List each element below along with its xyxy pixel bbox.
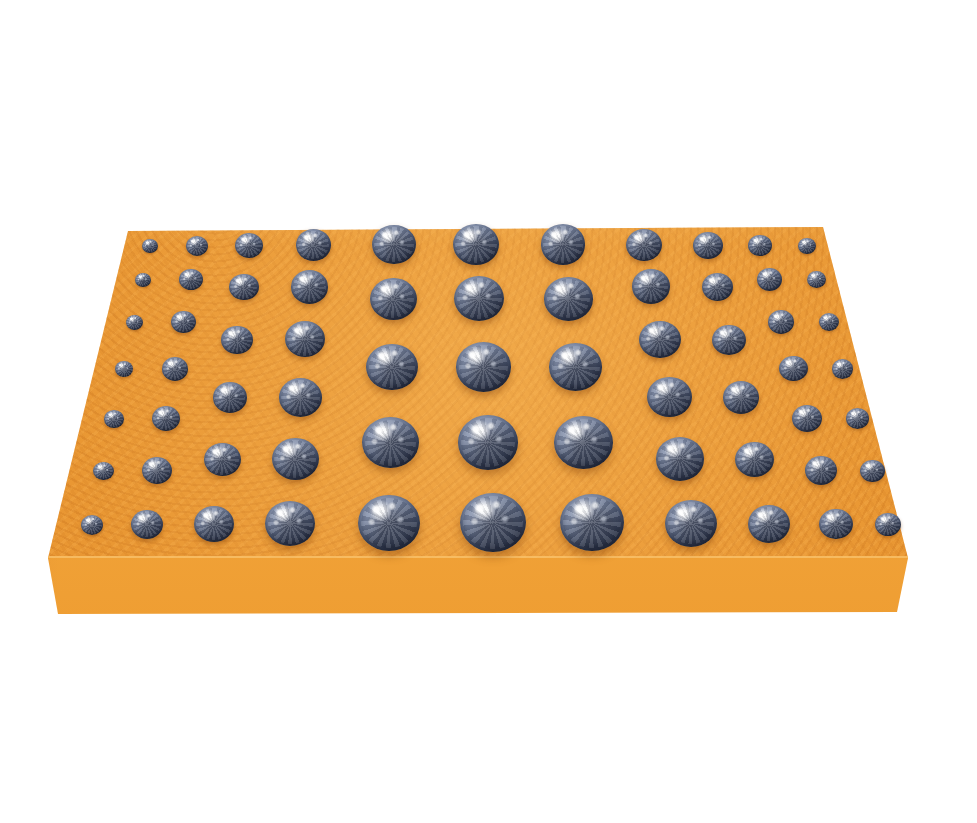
steel-dome-piece	[541, 224, 586, 264]
steel-dome-piece	[152, 406, 180, 432]
steel-dome-piece	[779, 356, 807, 382]
steel-dome-piece	[639, 321, 681, 359]
steel-dome-piece	[194, 506, 234, 542]
steel-dome-piece	[549, 343, 602, 391]
steel-dome-piece	[126, 315, 143, 331]
steel-dome-piece	[131, 510, 163, 539]
product-photo	[0, 0, 977, 823]
steel-dome-piece	[291, 270, 328, 304]
steel-dome-piece	[142, 457, 172, 484]
steel-dome-piece	[626, 229, 662, 262]
steel-dome-piece	[860, 460, 885, 482]
steel-dome-piece	[362, 417, 419, 468]
steel-dome-piece	[454, 276, 504, 321]
steel-dome-piece	[798, 238, 816, 254]
steel-dome-piece	[186, 236, 208, 256]
steel-dome-piece	[456, 342, 511, 391]
steel-dome-piece	[819, 509, 853, 540]
steel-dome-piece	[723, 381, 759, 414]
steel-dome-piece	[162, 357, 189, 381]
steel-dome-piece	[279, 378, 322, 417]
steel-dome-piece	[204, 443, 241, 477]
steel-dome-piece	[832, 359, 854, 379]
steel-dome-piece	[846, 408, 869, 429]
steel-dome-piece	[115, 361, 133, 378]
steel-dome-piece	[665, 500, 717, 547]
steel-dome-piece	[757, 268, 782, 291]
steel-dome-piece	[748, 505, 790, 543]
steel-dome-piece	[768, 310, 795, 334]
steel-dome-piece	[807, 271, 826, 288]
steel-dome-piece	[285, 321, 325, 357]
steel-dome-piece	[81, 515, 103, 535]
steel-dome-piece	[372, 225, 415, 264]
steel-dome-piece	[460, 493, 526, 552]
steel-dome-piece	[358, 495, 420, 551]
steel-dome-piece	[560, 494, 624, 552]
steel-dome-piece	[712, 325, 746, 355]
steel-dome-piece	[632, 269, 671, 304]
dome-pieces-layer	[0, 0, 977, 823]
steel-dome-piece	[875, 513, 901, 536]
steel-dome-piece	[748, 235, 772, 256]
steel-dome-piece	[213, 382, 248, 413]
steel-dome-piece	[693, 232, 722, 259]
steel-dome-piece	[229, 274, 259, 301]
steel-dome-piece	[554, 416, 613, 469]
steel-dome-piece	[366, 344, 418, 390]
steel-dome-piece	[296, 229, 331, 261]
steel-dome-piece	[656, 437, 704, 481]
steel-dome-piece	[235, 233, 263, 258]
steel-dome-piece	[265, 501, 315, 546]
steel-dome-piece	[735, 442, 774, 477]
steel-dome-piece	[93, 462, 114, 481]
steel-dome-piece	[135, 273, 151, 288]
steel-dome-piece	[544, 277, 593, 321]
steel-dome-piece	[171, 311, 196, 334]
steel-dome-piece	[104, 410, 124, 428]
steel-dome-piece	[453, 224, 499, 266]
steel-dome-piece	[792, 405, 822, 432]
steel-dome-piece	[370, 278, 417, 320]
steel-dome-piece	[272, 438, 319, 480]
steel-dome-piece	[805, 456, 837, 485]
steel-dome-piece	[221, 326, 253, 355]
steel-dome-piece	[179, 269, 203, 290]
steel-dome-piece	[647, 377, 692, 417]
steel-dome-piece	[142, 239, 157, 253]
steel-dome-piece	[702, 273, 733, 301]
steel-dome-piece	[819, 313, 839, 331]
steel-dome-piece	[458, 415, 518, 469]
